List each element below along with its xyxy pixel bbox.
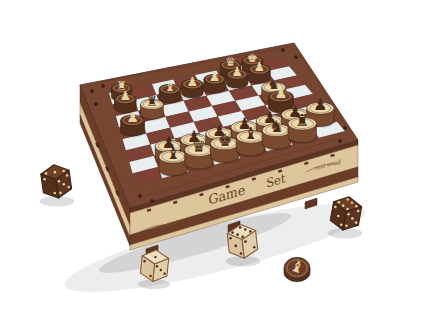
piece-symbol: ♜ xyxy=(295,111,310,130)
piece-symbol: ♞ xyxy=(269,117,284,136)
piece-symbol: ♟ xyxy=(274,85,287,101)
product-photo-stage: Game Set pure game real wood ♜♛♚♟♝♟♟♟♟♜♟… xyxy=(0,0,423,318)
die-2-light[interactable] xyxy=(138,250,170,289)
piece-symbol: ♛ xyxy=(192,137,207,156)
piece-symbol: ♚ xyxy=(217,131,232,150)
piece-symbol: ♟ xyxy=(126,109,138,125)
piece-symbol: ♜ xyxy=(146,94,158,109)
loose-dark-bishop-disc[interactable]: ♝ xyxy=(283,256,312,281)
loose-piece-layer: ♝ xyxy=(283,256,312,281)
piece-symbol: ♝ xyxy=(243,124,258,143)
piece-symbol: ♟ xyxy=(187,74,198,89)
piece-symbol: ♟ xyxy=(313,95,327,114)
piece-symbol: ♟ xyxy=(231,64,242,79)
piece-symbol: ♟ xyxy=(209,69,220,84)
die-4-dark[interactable] xyxy=(328,197,363,239)
piece-symbol: ♟ xyxy=(120,88,131,103)
die-3-light[interactable] xyxy=(226,225,261,267)
chess-set-scene: Game Set pure game real wood ♜♛♚♟♝♟♟♟♟♜♟… xyxy=(0,0,423,318)
die-1-dark[interactable] xyxy=(40,165,75,207)
piece-symbol: ♝ xyxy=(164,79,175,94)
piece-symbol: ♟ xyxy=(254,59,265,74)
piece-symbol: ♝ xyxy=(166,144,181,163)
